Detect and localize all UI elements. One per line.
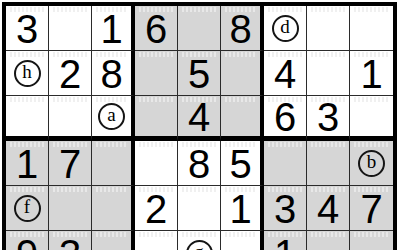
circled-letter: a <box>98 103 125 130</box>
given-digit: 4 <box>188 97 210 137</box>
cell-r2c5[interactable]: 5 <box>178 51 221 96</box>
given-digit: 8 <box>229 9 251 49</box>
given-digit: 1 <box>229 189 251 229</box>
cell-r5c8[interactable]: 4 <box>307 186 350 231</box>
given-digit: 5 <box>229 144 251 184</box>
given-digit: 6 <box>274 97 296 137</box>
given-digit: 3 <box>274 189 296 229</box>
cell-r6c5[interactable]: g <box>178 231 221 250</box>
cell-r2c9[interactable]: 1 <box>350 51 393 96</box>
given-digit: 2 <box>145 189 167 229</box>
cell-r6c9[interactable] <box>350 231 393 250</box>
circled-letter: f <box>14 195 41 222</box>
cell-r4c6[interactable]: 5 <box>221 141 264 186</box>
cell-r1c1[interactable]: 3 <box>6 6 49 51</box>
given-digit: 8 <box>188 144 210 184</box>
cell-r1c5[interactable] <box>178 6 221 51</box>
cell-r6c1[interactable]: 9 <box>6 231 49 250</box>
cell-r4c8[interactable] <box>307 141 350 186</box>
cell-r3c1[interactable] <box>6 96 49 141</box>
cell-r5c3[interactable] <box>92 186 135 231</box>
cell-r1c8[interactable] <box>307 6 350 51</box>
cell-r5c4[interactable]: 2 <box>135 186 178 231</box>
circled-letter: h <box>14 60 41 87</box>
cell-r3c3[interactable]: a <box>92 96 135 141</box>
cell-r1c3[interactable]: 1 <box>92 6 135 51</box>
given-digit: 3 <box>59 234 81 250</box>
circled-letter: g <box>186 240 213 250</box>
given-digit: 1 <box>274 234 296 250</box>
cell-r6c2[interactable]: 3 <box>49 231 92 250</box>
given-digit: 8 <box>100 54 122 94</box>
cell-r4c9[interactable]: b <box>350 141 393 186</box>
given-digit: 7 <box>59 144 81 184</box>
cell-r2c7[interactable]: 4 <box>264 51 307 96</box>
cell-r6c4[interactable] <box>135 231 178 250</box>
cell-r3c2[interactable] <box>49 96 92 141</box>
given-digit: 5 <box>188 54 210 94</box>
circled-letter: b <box>358 150 385 177</box>
cell-r1c7[interactable]: d <box>264 6 307 51</box>
cell-r6c7[interactable]: 1 <box>264 231 307 250</box>
cell-r2c2[interactable]: 2 <box>49 51 92 96</box>
given-digit: 2 <box>59 54 81 94</box>
cell-r5c6[interactable]: 1 <box>221 186 264 231</box>
given-digit: 3 <box>317 97 339 137</box>
cell-r4c7[interactable] <box>264 141 307 186</box>
cell-r3c5[interactable]: 4 <box>178 96 221 141</box>
cell-r3c4[interactable] <box>135 96 178 141</box>
cell-r2c8[interactable] <box>307 51 350 96</box>
cell-r2c1[interactable]: h <box>6 51 49 96</box>
given-digit: 4 <box>317 189 339 229</box>
given-digit: 7 <box>360 189 382 229</box>
given-digit: 9 <box>16 234 38 250</box>
cell-r3c7[interactable]: 6 <box>264 96 307 141</box>
cell-r1c2[interactable] <box>49 6 92 51</box>
cell-r2c6[interactable] <box>221 51 264 96</box>
cell-r3c6[interactable] <box>221 96 264 141</box>
cell-r4c4[interactable] <box>135 141 178 186</box>
cell-r3c9[interactable] <box>350 96 393 141</box>
cell-r4c3[interactable] <box>92 141 135 186</box>
cell-r6c3[interactable] <box>92 231 135 250</box>
cell-r4c1[interactable]: 1 <box>6 141 49 186</box>
given-digit: 3 <box>16 9 38 49</box>
given-digit: 6 <box>145 9 167 49</box>
circled-letter: d <box>272 15 299 42</box>
cell-r6c8[interactable] <box>307 231 350 250</box>
given-digit: 1 <box>100 9 122 49</box>
cell-r3c8[interactable]: 3 <box>307 96 350 141</box>
cell-r4c5[interactable]: 8 <box>178 141 221 186</box>
cell-r2c3[interactable]: 8 <box>92 51 135 96</box>
given-digit: 4 <box>274 54 296 94</box>
cell-r2c4[interactable] <box>135 51 178 96</box>
sudoku-board: 3168dh28541a4631785bf2134793g1 <box>2 2 397 250</box>
cell-r1c4[interactable]: 6 <box>135 6 178 51</box>
cell-r1c6[interactable]: 8 <box>221 6 264 51</box>
cell-r5c1[interactable]: f <box>6 186 49 231</box>
cell-r1c9[interactable] <box>350 6 393 51</box>
cell-r5c2[interactable] <box>49 186 92 231</box>
cell-r5c9[interactable]: 7 <box>350 186 393 231</box>
cell-r4c2[interactable]: 7 <box>49 141 92 186</box>
cell-r5c5[interactable] <box>178 186 221 231</box>
cell-r5c7[interactable]: 3 <box>264 186 307 231</box>
given-digit: 1 <box>360 54 382 94</box>
cell-r6c6[interactable] <box>221 231 264 250</box>
given-digit: 1 <box>16 144 38 184</box>
